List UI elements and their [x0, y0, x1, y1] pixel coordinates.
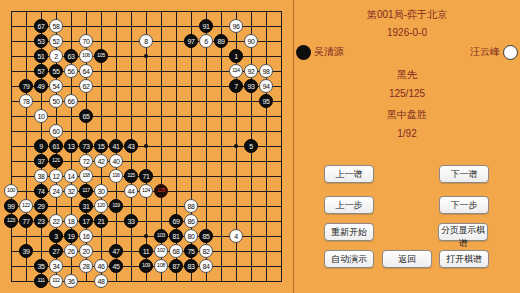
stone-black-17: 17 [79, 214, 93, 228]
stone-white-124: 124 [139, 184, 153, 198]
restart-button[interactable]: 重新开始 [324, 223, 374, 241]
stone-black-87: 87 [169, 259, 183, 273]
players-row: 吴清源 汪云峰 [294, 44, 520, 60]
stone-white-38: 38 [34, 169, 48, 183]
prev-move-button[interactable]: 上一步 [324, 196, 374, 214]
stone-black-111: 111 [34, 274, 48, 288]
stone-black-93: 93 [244, 79, 258, 93]
stone-black-49: 49 [34, 79, 48, 93]
stone-white-122: 122 [19, 199, 33, 213]
stone-white-100: 100 [4, 184, 18, 198]
stone-black-95: 95 [259, 94, 273, 108]
stone-white-114: 114 [229, 64, 243, 78]
stone-white-112: 112 [49, 274, 63, 288]
stone-white-52: 52 [49, 34, 63, 48]
move-counter: 125/125 [294, 88, 520, 99]
star-point [234, 144, 238, 148]
stone-white-68: 68 [169, 244, 183, 258]
stone-white-84: 84 [199, 259, 213, 273]
stone-black-55: 55 [49, 64, 63, 78]
paged-display-button[interactable]: 分页显示棋谱 [438, 223, 488, 241]
stone-white-44: 44 [124, 184, 138, 198]
side-panel: 第001局-弈于北京 1926-0-0 吴清源 汪云峰 黑先 125/125 黑… [293, 0, 520, 293]
stone-white-90: 90 [244, 34, 258, 48]
stone-black-103: 103 [154, 229, 168, 243]
stone-black-15: 15 [94, 139, 108, 153]
stone-black-121: 121 [49, 154, 63, 168]
stone-white-42: 42 [94, 154, 108, 168]
stone-white-98: 98 [259, 64, 273, 78]
stone-black-29: 29 [34, 199, 48, 213]
stone-black-109: 109 [139, 259, 153, 273]
stone-black-35: 35 [34, 259, 48, 273]
stone-white-4: 4 [229, 229, 243, 243]
stone-black-21: 21 [94, 214, 108, 228]
stone-white-80: 80 [184, 229, 198, 243]
first-move-label: 黑先 [294, 68, 520, 82]
star-point [144, 234, 148, 238]
game-result: 黑中盘胜 [294, 108, 520, 122]
stone-white-6: 6 [199, 34, 213, 48]
stone-white-32: 32 [64, 184, 78, 198]
stone-white-48: 48 [94, 274, 108, 288]
stone-white-26: 26 [64, 244, 78, 258]
stone-white-16: 16 [79, 229, 93, 243]
back-button[interactable]: 返回 [382, 250, 432, 268]
stone-white-66: 66 [64, 94, 78, 108]
stone-white-58: 58 [49, 19, 63, 33]
stone-white-14: 14 [64, 169, 78, 183]
stone-black-23: 23 [34, 214, 48, 228]
stone-white-82: 82 [199, 244, 213, 258]
stone-white-64: 64 [79, 64, 93, 78]
stone-white-88: 88 [184, 199, 198, 213]
stone-white-102: 102 [154, 244, 168, 258]
stone-black-77: 77 [19, 214, 33, 228]
stone-white-116: 116 [109, 169, 123, 183]
stone-black-125: 125 [154, 184, 168, 198]
stone-black-27: 27 [49, 244, 63, 258]
stone-black-97: 97 [184, 34, 198, 48]
stone-white-20: 20 [79, 244, 93, 258]
black-stone-icon [296, 45, 311, 60]
stone-white-22: 22 [49, 214, 63, 228]
stone-black-9: 9 [34, 139, 48, 153]
stone-white-86: 86 [184, 214, 198, 228]
stone-black-13: 13 [64, 139, 78, 153]
stone-white-96: 96 [229, 19, 243, 33]
stone-black-47: 47 [109, 244, 123, 258]
stone-black-33: 33 [124, 214, 138, 228]
stone-black-43: 43 [124, 139, 138, 153]
black-player-name: 吴清源 [314, 45, 344, 59]
stone-black-41: 41 [109, 139, 123, 153]
go-board[interactable]: 6758919653527089768990512631061051575556… [0, 0, 293, 293]
stone-white-62: 62 [79, 79, 93, 93]
stone-black-1: 1 [229, 49, 243, 63]
stone-white-2: 2 [49, 49, 63, 63]
stone-black-81: 81 [169, 229, 183, 243]
open-record-button[interactable]: 打开棋谱 [439, 250, 489, 268]
stone-black-119: 119 [109, 199, 123, 213]
stone-white-94: 94 [259, 79, 273, 93]
stone-white-118: 118 [79, 169, 93, 183]
stone-white-72: 72 [79, 154, 93, 168]
stone-black-53: 53 [34, 34, 48, 48]
stone-white-12: 12 [49, 169, 63, 183]
stone-white-46: 46 [94, 259, 108, 273]
stone-white-70: 70 [79, 34, 93, 48]
stone-black-115: 115 [124, 169, 138, 183]
stone-white-30: 30 [94, 184, 108, 198]
stone-black-7: 7 [229, 79, 243, 93]
stone-black-105: 105 [94, 49, 108, 63]
stone-white-28: 28 [79, 259, 93, 273]
stone-black-61: 61 [49, 139, 63, 153]
stone-white-24: 24 [49, 184, 63, 198]
stone-black-31: 31 [79, 199, 93, 213]
stone-white-36: 36 [64, 274, 78, 288]
stone-black-73: 73 [79, 139, 93, 153]
stone-black-39: 39 [19, 244, 33, 258]
stone-white-8: 8 [139, 34, 153, 48]
board-intersections[interactable]: 6758919653527089768990512631061051575556… [4, 4, 289, 289]
stone-white-108: 108 [154, 259, 168, 273]
stone-black-83: 83 [184, 259, 198, 273]
stone-black-37: 37 [34, 154, 48, 168]
stone-black-99: 99 [4, 199, 18, 213]
stone-white-120: 120 [94, 199, 108, 213]
black-player-group: 吴清源 [296, 45, 344, 60]
stone-white-40: 40 [109, 154, 123, 168]
white-player-name: 汪云峰 [470, 45, 500, 59]
white-stone-icon [503, 45, 518, 60]
stone-black-117: 117 [79, 184, 93, 198]
stone-black-71: 71 [139, 169, 153, 183]
stone-black-65: 65 [79, 109, 93, 123]
stone-black-19: 19 [64, 229, 78, 243]
stone-white-60: 60 [49, 124, 63, 138]
stone-white-18: 18 [64, 214, 78, 228]
game-date: 1926-0-0 [294, 27, 520, 38]
stone-black-63: 63 [64, 49, 78, 63]
stone-black-3: 3 [49, 229, 63, 243]
star-point [144, 144, 148, 148]
stone-black-123: 123 [4, 214, 18, 228]
auto-play-button[interactable]: 自动演示 [324, 250, 374, 268]
stone-black-75: 75 [184, 244, 198, 258]
stone-black-69: 69 [169, 214, 183, 228]
prev-variation-button[interactable]: 上一谱 [324, 165, 374, 183]
stone-black-89: 89 [214, 34, 228, 48]
stone-white-10: 10 [34, 109, 48, 123]
stone-white-54: 54 [49, 79, 63, 93]
stone-black-51: 51 [34, 49, 48, 63]
stone-black-91: 91 [199, 19, 213, 33]
white-player-group: 汪云峰 [470, 45, 518, 60]
stone-white-50: 50 [49, 94, 63, 108]
stone-black-45: 45 [109, 259, 123, 273]
app-window: 6758919653527089768990512631061051575556… [0, 0, 520, 293]
stone-black-11: 11 [139, 244, 153, 258]
next-variation-button[interactable]: 下一谱 [439, 165, 489, 183]
stone-white-92: 92 [244, 64, 258, 78]
stone-black-85: 85 [199, 229, 213, 243]
next-move-button[interactable]: 下一步 [439, 196, 489, 214]
stone-white-56: 56 [64, 64, 78, 78]
stone-black-79: 79 [19, 79, 33, 93]
stone-black-74: 74 [34, 184, 48, 198]
stone-white-34: 34 [49, 259, 63, 273]
page-indicator: 1/92 [294, 128, 520, 139]
stone-white-78: 78 [19, 94, 33, 108]
game-title: 第001局-弈于北京 [294, 8, 520, 22]
stone-black-67: 67 [34, 19, 48, 33]
stone-black-5: 5 [244, 139, 258, 153]
stone-black-57: 57 [34, 64, 48, 78]
stone-white-106: 106 [79, 49, 93, 63]
star-point [144, 54, 148, 58]
